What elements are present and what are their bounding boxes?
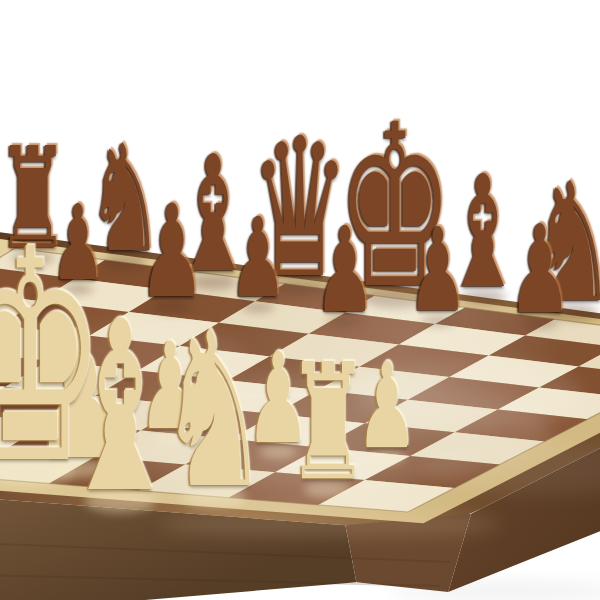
gloss-highlights xyxy=(0,238,600,537)
chessboard xyxy=(0,0,600,600)
chess-set-photo: ♜♞♝♛♟♚♝♟♟♞♟♟♟♟♟♟♟♚♜♞♝ xyxy=(0,0,600,600)
